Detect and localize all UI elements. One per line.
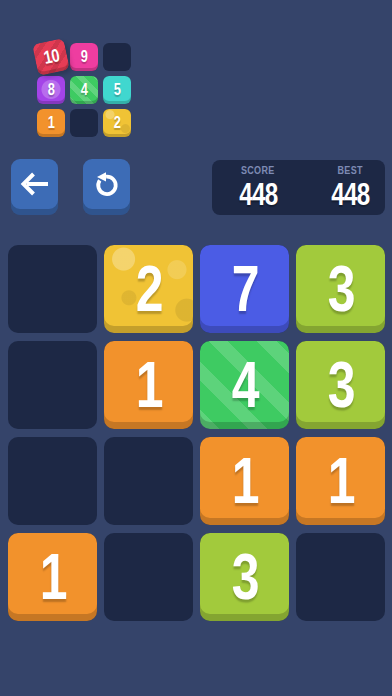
game-board[interactable]: 2731431113 [8,245,385,621]
legend-cell-r0c1: 9 [70,43,98,71]
board-cell-r0c3[interactable]: 3 [296,245,385,333]
legend-cell-r0c0: 10 [37,43,65,71]
tile-number: 3 [231,545,257,609]
legend-cell-r1c1: 4 [70,76,98,104]
tile-number: 1 [327,449,353,513]
score-panel: SCORE 448 BEST 448 [212,160,385,215]
legend-tile-8: 8 [37,76,65,104]
tile-1[interactable]: 1 [200,437,289,525]
board-cell-r1c3[interactable]: 3 [296,341,385,429]
tile-number: 9 [81,48,88,66]
legend-tile-10: 10 [32,38,70,76]
legend-tile-1: 1 [37,109,65,137]
tile-7[interactable]: 7 [200,245,289,333]
game-screen: 10984512 SCORE 448 BEST 448 2731431113 [0,0,392,696]
best-label: BEST [338,166,363,176]
tile-number: 5 [114,81,121,99]
tile-3[interactable]: 3 [296,341,385,429]
legend-cell-r1c2: 5 [103,76,131,104]
board-cell-r1c2[interactable]: 4 [200,341,289,429]
legend-tile-4: 4 [70,76,98,104]
board-cell-r3c1[interactable] [104,533,193,621]
best-value: 448 [332,179,370,210]
tile-4[interactable]: 4 [200,341,289,429]
board-cell-r3c0[interactable]: 1 [8,533,97,621]
board-cell-r1c0[interactable] [8,341,97,429]
board-cell-r2c0[interactable] [8,437,97,525]
tile-1[interactable]: 1 [296,437,385,525]
legend-cell-r0c2 [103,43,131,71]
tile-number: 10 [41,45,60,68]
back-button[interactable] [11,159,58,215]
board-cell-r0c2[interactable]: 7 [200,245,289,333]
tile-number: 4 [81,81,88,99]
tile-3[interactable]: 3 [296,245,385,333]
tile-number: 7 [231,257,257,321]
tile-number: 4 [231,353,257,417]
legend-cell-r1c0: 8 [37,76,65,104]
tile-1[interactable]: 1 [104,341,193,429]
board-cell-r0c0[interactable] [8,245,97,333]
tile-number: 3 [327,353,353,417]
board-cell-r2c3[interactable]: 1 [296,437,385,525]
legend-tile-2: 2 [103,109,131,137]
score-value: 448 [239,179,277,210]
tile-3[interactable]: 3 [200,533,289,621]
board-cell-r2c1[interactable] [104,437,193,525]
arrow-left-icon [20,171,50,197]
legend-cell-r2c2: 2 [103,109,131,137]
legend-tile-5: 5 [103,76,131,104]
tile-number: 2 [114,114,121,132]
legend-cell-r2c0: 1 [37,109,65,137]
tile-number: 1 [39,545,65,609]
score-label: SCORE [241,166,275,176]
tile-number: 1 [48,114,55,132]
board-cell-r2c2[interactable]: 1 [200,437,289,525]
tile-1[interactable]: 1 [8,533,97,621]
legend-cell-r2c1 [70,109,98,137]
board-cell-r0c1[interactable]: 2 [104,245,193,333]
legend-tile-9: 9 [70,43,98,71]
score-column: SCORE 448 [234,166,283,210]
best-column: BEST 448 [326,166,375,210]
undo-button[interactable] [83,159,130,215]
board-cell-r1c1[interactable]: 1 [104,341,193,429]
board-cell-r3c3[interactable] [296,533,385,621]
tile-number: 1 [231,449,257,513]
undo-icon [92,169,122,199]
board-cell-r3c2[interactable]: 3 [200,533,289,621]
tile-number: 1 [135,353,161,417]
tile-number: 2 [135,257,161,321]
tile-number: 8 [48,81,55,99]
tile-2[interactable]: 2 [104,245,193,333]
tile-number: 3 [327,257,353,321]
tile-legend-grid: 10984512 [37,43,131,137]
